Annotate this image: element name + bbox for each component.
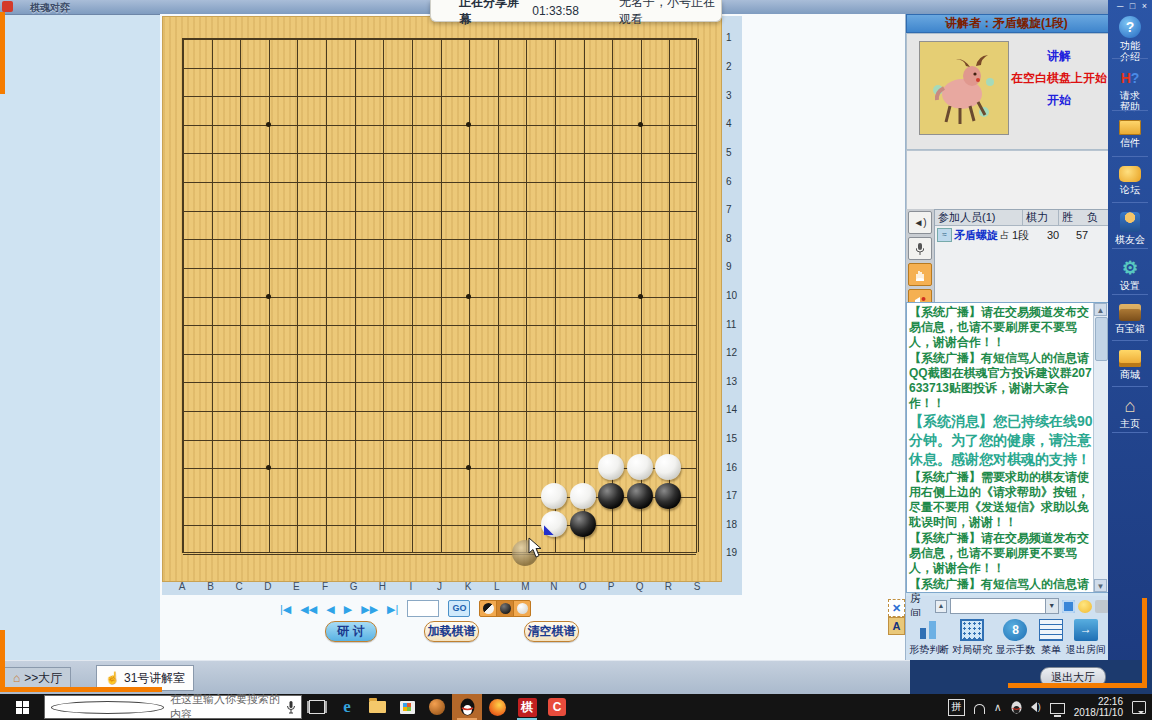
row-label: 6: [722, 167, 742, 196]
row-label: 18: [722, 510, 742, 539]
nav-last-button[interactable]: ▶|: [387, 601, 398, 617]
ball-icon: [429, 699, 445, 715]
board-icon: [960, 619, 984, 641]
chat-bubble-icon[interactable]: [1062, 600, 1076, 613]
discuss-button[interactable]: 研 讨: [325, 621, 377, 642]
room-button-label: 菜单: [1041, 643, 1061, 657]
chat-panel: 【系统广播】请在交易频道发布交易信息，也请不要刷屏更不要骂人，谢谢合作！！【系统…: [906, 302, 1109, 593]
chat-messages: 【系统广播】请在交易频道发布交易信息，也请不要刷屏更不要骂人，谢谢合作！！【系统…: [909, 305, 1093, 593]
camera-icon[interactable]: [1095, 600, 1109, 613]
desktop-corner: [910, 660, 1152, 694]
mic-icon[interactable]: [287, 701, 295, 714]
white-stone-N17: ○: [541, 483, 567, 509]
chat-message: 【系统消息】您已持续在线90分钟。为了您的健康，请注意休息。感谢您对棋魂的支持！: [909, 412, 1093, 469]
start-button[interactable]: [0, 694, 44, 720]
raise-hand-button[interactable]: [908, 263, 932, 286]
chat-message: 【系统广播】有短信骂人的信息请QQ截图在棋魂官方投诉建议群207633713贴图…: [909, 577, 1093, 593]
task-view-button[interactable]: [302, 694, 332, 720]
nav-back-button[interactable]: ◀: [326, 601, 334, 617]
people-icon[interactable]: [974, 704, 985, 714]
tab-room-label: 31号讲解室: [124, 670, 185, 687]
col-losses: 负: [1084, 210, 1108, 225]
toolbar-item-mall[interactable]: 商城: [1108, 350, 1152, 380]
toolbar-divider: [1112, 386, 1148, 387]
room-button-menu[interactable]: 菜单: [1039, 619, 1063, 657]
column-label: G: [339, 581, 368, 592]
scroll-up-icon[interactable]: ▲: [1094, 303, 1107, 316]
qihun-icon: 棋: [518, 698, 537, 717]
row-label: 7: [722, 195, 742, 224]
tray-time: 22:16: [1098, 696, 1123, 707]
c-app-button[interactable]: C: [542, 694, 572, 720]
row-label: 14: [722, 396, 742, 425]
nav-forward10-button[interactable]: ▶▶: [361, 601, 378, 617]
kifu-navigation: |◀ ◀◀ ◀ ▶ ▶▶ ▶| GO: [280, 600, 531, 617]
window-controls[interactable]: ─ □ ×: [1117, 1, 1149, 11]
row-label: 5: [722, 138, 742, 167]
home-icon: ⌂: [13, 671, 20, 685]
room-button-bars[interactable]: 形势判断: [909, 619, 949, 657]
participant-row[interactable]: ≈ 矛盾螺旋 占 1段 30 57: [935, 226, 1108, 244]
chat-message: 【系统广播】有短信骂人的信息请QQ截图在棋魂官方投诉建议群207633713贴图…: [909, 351, 1093, 411]
share-status: 正在分享屏幕: [459, 0, 520, 28]
stone-color-selector: [479, 600, 531, 617]
column-label: N: [540, 581, 569, 592]
row-label: 15: [722, 424, 742, 453]
share-border-bottom-left: [0, 687, 162, 692]
column-label: E: [282, 581, 311, 592]
exit-icon: →: [1074, 619, 1098, 641]
ime-icon[interactable]: 拼: [948, 699, 965, 716]
speaker-button[interactable]: ◄): [908, 211, 932, 234]
white-stone-P16: ○: [598, 454, 624, 480]
load-kifu-button[interactable]: 加载棋谱: [424, 621, 479, 642]
settings-icon: ⚙: [1118, 258, 1142, 278]
home-icon: ⌂: [1118, 396, 1142, 416]
last-move-marker: [544, 525, 554, 535]
share-border-bottom-right: [1008, 683, 1147, 688]
nav-first-button[interactable]: |◀: [280, 601, 291, 617]
room-dropdown[interactable]: ▼: [950, 598, 1058, 614]
row-label: 19: [722, 539, 742, 568]
col-rank: 棋力: [1023, 210, 1059, 225]
share-border-left-top: [0, 12, 5, 94]
chat-message: 【系统广播】需要求助的棋友请使用右侧上边的《请求帮助》按钮，尽量不要用《发送短信…: [909, 470, 1093, 530]
volume-icon[interactable]: ): [1031, 702, 1041, 712]
voice-controls: ◄): [906, 209, 934, 315]
tray-date: 2018/11/10: [1074, 707, 1123, 718]
toolbar-item-label: 信件: [1108, 137, 1152, 148]
qihun-app-button[interactable]: 棋: [512, 694, 542, 720]
black-stone-button[interactable]: [497, 601, 514, 616]
friends-icon: [1120, 212, 1140, 232]
room-button-label: 显示手数: [995, 643, 1035, 657]
column-label: K: [454, 581, 483, 592]
tab-lobby-label: >>大厅: [24, 670, 62, 687]
row-label: 9: [722, 253, 742, 282]
file-explorer-button[interactable]: [362, 694, 392, 720]
qq-tray-icon[interactable]: [1011, 701, 1022, 714]
chat-message: 【系统广播】请在交易频道发布交易信息，也请不要刷屏更不要骂人，谢谢合作！！: [909, 531, 1093, 576]
room-buttons-row: 形势判断对局研究8显示手数菜单→退出房间: [906, 616, 1109, 660]
share-timer: 01:33:58: [532, 4, 579, 18]
toolbar-divider: [1112, 248, 1148, 249]
column-label: H: [368, 581, 397, 592]
toolbar-item-home[interactable]: ⌂主页: [1108, 396, 1152, 429]
firefox-icon: [489, 699, 506, 716]
clear-kifu-button[interactable]: 清空棋谱: [524, 621, 579, 642]
black-stone-R17: ●: [655, 483, 681, 509]
dropdown-arrow-icon[interactable]: ▼: [1045, 599, 1058, 613]
stones-layer: ○○○○○○●●●●○: [168, 24, 712, 568]
column-label: C: [225, 581, 254, 592]
column-label: A: [168, 581, 197, 592]
qq-penguin-icon: [460, 698, 475, 716]
row-label: 12: [722, 338, 742, 367]
lecture-action-2[interactable]: 在空白棋盘上开始: [1009, 70, 1109, 87]
white-stone-button[interactable]: [514, 601, 530, 616]
col-wins: 胜: [1059, 210, 1084, 225]
tab-lobby[interactable]: ⌂ >>大厅: [4, 667, 71, 689]
windows-taskbar: 在这里输入你要搜索的内容 e 棋 C 拼 ∧ ) 22:16 2018/11/1…: [0, 694, 1152, 720]
white-stone-N18: ○: [541, 511, 567, 537]
row-label: 2: [722, 52, 742, 81]
search-placeholder: 在这里输入你要搜索的内容: [170, 692, 281, 720]
column-label: M: [511, 581, 540, 592]
hand-icon: ☝: [105, 671, 120, 685]
column-label: B: [196, 581, 225, 592]
col-participants: 参加人员(1): [935, 210, 1023, 225]
toolbar-divider: [1112, 294, 1148, 295]
column-label: Q: [625, 581, 654, 592]
toolbar-divider: [1112, 432, 1148, 433]
toolbar-item-treasure[interactable]: 百宝箱: [1108, 304, 1152, 334]
mouse-cursor: [528, 537, 544, 559]
toolbar-divider: [1112, 156, 1148, 157]
row-label: 8: [722, 224, 742, 253]
help-icon: H?: [1118, 68, 1142, 88]
white-stone-O17: ○: [570, 483, 596, 509]
black-stone-P17: ●: [598, 483, 624, 509]
row-label: 3: [722, 81, 742, 110]
column-label: S: [683, 581, 712, 592]
scroll-thumb[interactable]: [1095, 317, 1108, 361]
nav-forward-button[interactable]: ▶: [344, 601, 352, 617]
room-button-label: 退出房间: [1066, 643, 1106, 657]
search-icon: [51, 701, 164, 714]
toolbar-item-question[interactable]: ?功能介绍: [1108, 16, 1152, 62]
white-stone-R16: ○: [655, 454, 681, 480]
participant-losses: 57: [1070, 226, 1094, 244]
column-label: F: [311, 581, 340, 592]
treasure-icon: [1119, 304, 1141, 321]
toolbar-item-label: 请求帮助: [1118, 90, 1142, 112]
row-label: 1: [722, 24, 742, 53]
toolbar-divider: [1112, 58, 1148, 59]
lecturer-panel: 讲解 在空白棋盘上开始 开始: [906, 33, 1109, 150]
participants-table: 参加人员(1) 棋力 胜 负 ≈ 矛盾螺旋 占 1段 30 57: [934, 209, 1109, 315]
action-center-icon[interactable]: [1132, 701, 1146, 714]
participant-seat-icon: 占: [998, 226, 1012, 244]
sidebar: 讲解者：矛盾螺旋(1段) 讲解 在空白棋盘上开始 开始 ◄): [905, 14, 1108, 660]
clock[interactable]: 22:16 2018/11/10: [1074, 696, 1123, 718]
num-icon: 8: [1003, 619, 1027, 641]
row-label: 4: [722, 110, 742, 139]
row-label: 13: [722, 367, 742, 396]
hidden-icons-chevron[interactable]: ∧: [994, 701, 1002, 714]
room-button-label: 对局研究: [952, 643, 992, 657]
row-label: 11: [722, 310, 742, 339]
go-button[interactable]: GO: [448, 600, 470, 617]
lecture-action-3[interactable]: 开始: [1009, 92, 1109, 109]
black-stone-O18: ●: [570, 511, 596, 537]
room-up-icon[interactable]: ▲: [935, 600, 948, 613]
room-button-label: 形势判断: [909, 643, 949, 657]
column-label: J: [425, 581, 454, 592]
row-label: 16: [722, 453, 742, 482]
edge-button[interactable]: e: [332, 694, 362, 720]
participant-name: 矛盾螺旋: [954, 226, 998, 244]
participants-header: 参加人员(1) 棋力 胜 负: [935, 210, 1108, 226]
column-label: P: [597, 581, 626, 592]
participant-rank: 1段: [1012, 226, 1036, 244]
scroll-down-icon[interactable]: ▼: [1094, 579, 1107, 592]
share-viewers: 无名子，小号正在观看: [619, 0, 721, 28]
row-labels: 12345678910111213141516171819: [722, 24, 742, 568]
toolbar-item-label: 商城: [1108, 369, 1152, 380]
participant-avatar-icon: ≈: [937, 228, 952, 242]
app-icon: [2, 1, 13, 12]
column-label: O: [568, 581, 597, 592]
toolbar-item-settings[interactable]: ⚙设置: [1108, 258, 1152, 291]
c-app-icon: C: [548, 698, 566, 716]
toolbar-divider: [1112, 110, 1148, 111]
toolbar-item-label: 百宝箱: [1108, 323, 1152, 334]
alternate-color-button[interactable]: [480, 601, 497, 616]
qq-button[interactable]: [452, 694, 482, 720]
mall-icon: [1119, 350, 1141, 367]
edge-icon: e: [343, 697, 351, 717]
row-label: 17: [722, 481, 742, 510]
column-labels: ABCDEFGHIJKLMNOPQRS: [168, 581, 712, 592]
column-label: L: [482, 581, 511, 592]
share-border-right: [1142, 598, 1147, 688]
toolbar-item-forum[interactable]: 论坛: [1108, 166, 1152, 195]
move-number-input[interactable]: [407, 600, 439, 617]
toolbar-item-label: 主页: [1108, 418, 1152, 429]
taskbar-search[interactable]: 在这里输入你要搜索的内容: [44, 695, 302, 719]
column-label: I: [397, 581, 426, 592]
toolbar-item-mail[interactable]: 信件: [1108, 120, 1152, 148]
menu-icon: [1039, 619, 1063, 641]
participant-wins: 30: [1036, 226, 1070, 244]
toolbar-item-friends[interactable]: 棋友会: [1108, 212, 1152, 245]
room-selector-row: 房间 ▲ ▼: [906, 596, 1109, 616]
chat-scrollbar[interactable]: ▲ ▼: [1093, 303, 1108, 592]
question-icon: ?: [1119, 16, 1141, 38]
system-tray: 拼 ∧ ) 22:16 2018/11/10: [948, 696, 1152, 718]
nav-back10-button[interactable]: ◀◀: [300, 601, 317, 617]
task-view-icon: [309, 700, 325, 714]
black-stone-Q17: ●: [627, 483, 653, 509]
toolbar-divider: [1112, 340, 1148, 341]
mail-icon: [1119, 120, 1141, 135]
room-button-num[interactable]: 8显示手数: [995, 619, 1035, 657]
store-button[interactable]: [392, 694, 422, 720]
toolbar-item-label: 论坛: [1108, 184, 1152, 195]
folder-icon: [369, 701, 386, 713]
window-title: 棋魂对弈: [30, 1, 70, 15]
toolbar-divider: [1112, 202, 1148, 203]
windows-logo-icon: [16, 701, 29, 714]
row-label: 10: [722, 281, 742, 310]
network-icon[interactable]: [1050, 703, 1065, 714]
mic-button[interactable]: [908, 237, 932, 260]
share-border-left-bottom: [0, 630, 5, 692]
lecturer-header: 讲解者：矛盾螺旋(1段): [906, 14, 1109, 33]
white-stone-Q16: ○: [627, 454, 653, 480]
column-label: R: [654, 581, 683, 592]
screen-share-bar: 正在分享屏幕 01:33:58 无名子，小号正在观看: [430, 0, 722, 22]
game-button[interactable]: [422, 694, 452, 720]
right-toolbar: ─ □ × ?功能介绍H?请求帮助信件论坛棋友会⚙设置百宝箱商城⌂主页: [1108, 0, 1152, 694]
store-icon: [400, 701, 415, 714]
toolbar-item-label: 棋友会: [1108, 234, 1152, 245]
smiley-icon[interactable]: [1078, 600, 1092, 613]
room-button-board[interactable]: 对局研究: [952, 619, 992, 657]
bars-icon: [917, 619, 941, 641]
goat-painting: [919, 41, 1009, 135]
room-button-exit[interactable]: →退出房间: [1066, 619, 1106, 657]
marker-x-button[interactable]: ✕: [888, 599, 905, 617]
marker-a-button[interactable]: A: [888, 617, 905, 635]
forum-icon: [1119, 166, 1141, 182]
column-label: D: [254, 581, 283, 592]
toolbar-item-help[interactable]: H?请求帮助: [1108, 68, 1152, 112]
firefox-button[interactable]: [482, 694, 512, 720]
toolbar-item-label: 设置: [1108, 280, 1152, 291]
lecture-action-1[interactable]: 讲解: [1009, 48, 1109, 65]
chat-message: 【系统广播】请在交易频道发布交易信息，也请不要刷屏更不要骂人，谢谢合作！！: [909, 305, 1093, 350]
